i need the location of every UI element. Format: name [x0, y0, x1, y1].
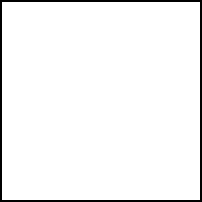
chess-board	[0, 0, 202, 202]
